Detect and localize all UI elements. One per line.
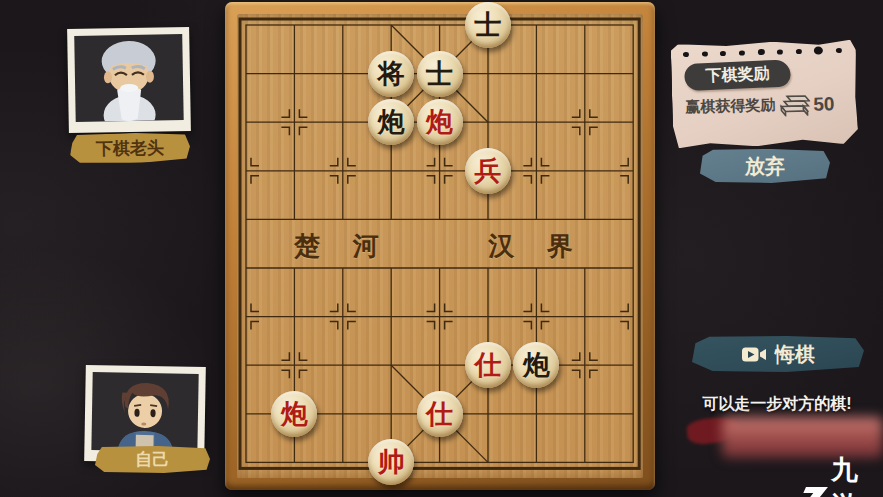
opponent-avatar: [67, 27, 191, 133]
nine-game-wordmark: 九游: [831, 452, 883, 497]
piece-red-炮[interactable]: 炮: [417, 99, 463, 145]
reward-title: 下棋奖励: [705, 63, 770, 87]
river-label-chu-he: 楚 河: [273, 229, 413, 264]
piece-black-士[interactable]: 士: [417, 51, 463, 97]
opponent-name-banner: 下棋老头: [70, 132, 191, 164]
piece-black-将[interactable]: 将: [368, 51, 414, 97]
undo-label: 悔棋: [775, 341, 815, 368]
give-up-button[interactable]: 放弃: [700, 149, 830, 183]
torn-hole: [720, 50, 726, 55]
self-avatar-photo: [91, 372, 198, 452]
game-screen: 下棋老头 自己 楚 河 汉 界: [0, 0, 883, 497]
piece-red-炮[interactable]: 炮: [271, 391, 317, 437]
piece-red-兵[interactable]: 兵: [465, 148, 511, 194]
piece-red-仕[interactable]: 仕: [465, 342, 511, 388]
reward-note: 下棋奖励 赢棋获得奖励 50: [671, 40, 859, 149]
hint-text: 可以走一步对方的棋!: [688, 394, 866, 415]
piece-black-士[interactable]: 士: [465, 2, 511, 48]
undo-button[interactable]: 悔棋: [692, 336, 864, 372]
torn-hole: [739, 50, 745, 55]
torn-hole: [796, 49, 802, 54]
torn-hole: [701, 51, 707, 56]
self-name-banner: 自己: [95, 446, 210, 473]
reward-line: 赢棋获得奖励 50: [685, 92, 835, 119]
old-man-avatar-icon: [74, 34, 183, 122]
banknotes-icon: [778, 93, 811, 117]
xiangqi-board[interactable]: 楚 河 汉 界 士将士炮炮兵仕炮炮仕帅: [225, 2, 655, 490]
torn-hole: [777, 49, 783, 54]
self-name: 自己: [136, 448, 170, 471]
video-camera-icon: [741, 345, 767, 364]
reward-title-banner: 下棋奖励: [684, 59, 791, 91]
piece-red-仕[interactable]: 仕: [417, 391, 463, 437]
river-label-han-jie: 汉 界: [467, 229, 607, 264]
nine-game-logo-icon: [796, 484, 829, 497]
torn-hole: [757, 49, 764, 55]
give-up-label: 放弃: [745, 153, 785, 180]
opponent-name: 下棋老头: [96, 136, 164, 160]
torn-hole: [814, 46, 823, 54]
piece-red-帅[interactable]: 帅: [368, 439, 414, 485]
reward-amount: 50: [813, 93, 835, 116]
torn-hole: [683, 51, 689, 56]
reward-text: 赢棋获得奖励: [685, 96, 775, 117]
opponent-avatar-photo: [74, 34, 183, 122]
torn-holes: [683, 46, 842, 58]
torn-hole: [836, 47, 842, 52]
nine-game-watermark: 九游: [796, 452, 883, 497]
young-man-avatar-icon: [91, 372, 198, 452]
